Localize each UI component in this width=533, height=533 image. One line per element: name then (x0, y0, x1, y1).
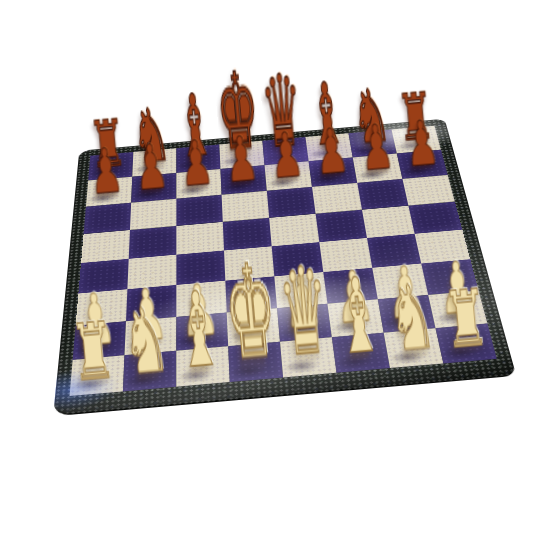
square-d7[interactable]: ♟ (220, 165, 266, 195)
square-g6[interactable] (357, 179, 408, 210)
square-e1[interactable]: ♛ (280, 337, 337, 377)
square-d6[interactable] (222, 191, 270, 222)
square-b5[interactable] (129, 226, 177, 259)
square-c6[interactable] (176, 195, 222, 226)
square-f7[interactable]: ♟ (309, 157, 358, 186)
piece-black-pawn-h7[interactable]: ♟ (403, 112, 441, 176)
square-f6[interactable] (312, 183, 362, 214)
square-e6[interactable] (267, 187, 316, 218)
chess-board: ♜♞♝♚♛♝♞♜♟♟♟♟♟♟♟♟♟♟♟♟♟♟♟♟♜♞♝♚♛♝♞♜ (53, 119, 516, 416)
board-3d-space: ♜♞♝♚♛♝♞♜♟♟♟♟♟♟♟♟♟♟♟♟♟♟♟♟♜♞♝♚♛♝♞♜ (49, 23, 494, 477)
square-h1[interactable]: ♜ (436, 324, 497, 364)
square-e7[interactable]: ♟ (265, 161, 312, 191)
square-h5[interactable] (408, 202, 462, 234)
square-c5[interactable] (176, 222, 224, 255)
piece-white-king-d1[interactable]: ♚ (220, 247, 281, 379)
square-a6[interactable] (84, 203, 132, 234)
piece-white-rook-a1[interactable]: ♜ (68, 311, 119, 393)
square-f5[interactable] (316, 210, 367, 242)
square-a5[interactable] (81, 230, 130, 263)
piece-black-pawn-c7[interactable]: ♟ (177, 132, 215, 196)
piece-black-pawn-e7[interactable]: ♟ (267, 124, 305, 188)
square-g5[interactable] (362, 206, 415, 238)
piece-white-knight-g1[interactable]: ♞ (385, 272, 439, 365)
piece-white-queen-e1[interactable]: ♛ (275, 251, 333, 374)
board-grid: ♜♞♝♚♛♝♞♜♟♟♟♟♟♟♟♟♟♟♟♟♟♟♟♟♜♞♝♚♛♝♞♜ (70, 126, 497, 396)
square-c7[interactable]: ♟ (176, 169, 221, 199)
square-b1[interactable]: ♞ (123, 351, 176, 392)
piece-white-knight-b1[interactable]: ♞ (119, 295, 173, 388)
square-h7[interactable]: ♟ (397, 150, 448, 179)
piece-black-pawn-f7[interactable]: ♟ (313, 120, 351, 184)
piece-white-bishop-f1[interactable]: ♝ (333, 263, 384, 369)
square-f1[interactable]: ♝ (332, 333, 390, 373)
piece-black-pawn-g7[interactable]: ♟ (358, 116, 396, 180)
piece-black-pawn-d7[interactable]: ♟ (222, 128, 260, 192)
square-a1[interactable]: ♜ (70, 355, 125, 396)
piece-white-rook-h1[interactable]: ♜ (441, 278, 492, 360)
square-b6[interactable] (130, 199, 176, 230)
square-c1[interactable]: ♝ (176, 346, 229, 386)
square-b7[interactable]: ♟ (131, 173, 176, 203)
square-h6[interactable] (402, 175, 454, 206)
chess-set-photo: ♜♞♝♚♛♝♞♜♟♟♟♟♟♟♟♟♟♟♟♟♟♟♟♟♜♞♝♚♛♝♞♜ (0, 0, 533, 533)
square-g1[interactable]: ♞ (384, 328, 444, 368)
piece-black-pawn-a7[interactable]: ♟ (87, 140, 125, 204)
piece-white-bishop-c1[interactable]: ♝ (173, 277, 224, 383)
square-g7[interactable]: ♟ (353, 154, 403, 183)
square-d1[interactable]: ♚ (228, 342, 283, 382)
piece-black-pawn-b7[interactable]: ♟ (132, 136, 170, 200)
